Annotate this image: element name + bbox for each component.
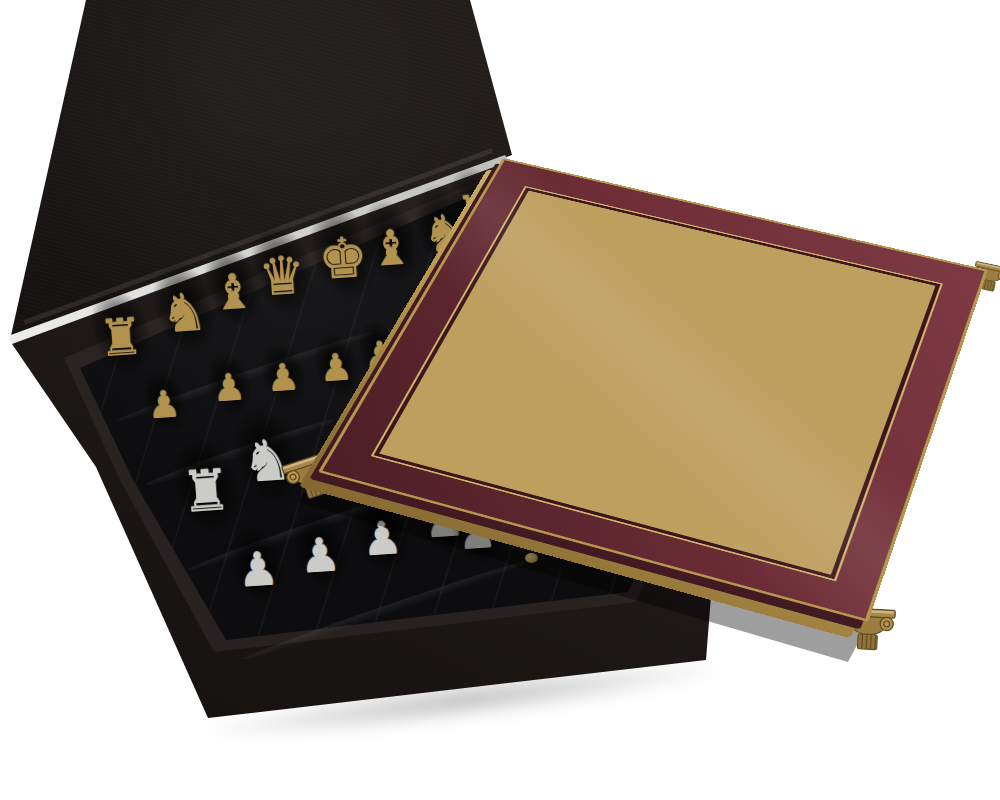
chess-set-photo: ♜♞♝♛♚♝♞♜♟♟♟♟♟♜♞♟♟♟♟♟ [0,0,1000,800]
